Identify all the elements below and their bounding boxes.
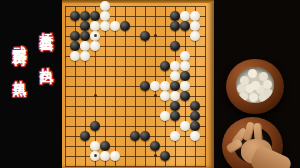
star-point — [94, 94, 97, 97]
white-stone — [180, 51, 190, 61]
white-stone — [190, 11, 200, 21]
black-stone — [170, 101, 180, 111]
white-stone — [100, 1, 110, 11]
white-stone — [160, 81, 170, 91]
star-point — [94, 154, 97, 157]
star-point — [154, 154, 157, 157]
white-stone — [190, 131, 200, 141]
white-player-name: 桥本昌二 — [39, 22, 55, 30]
white-stone — [100, 11, 110, 21]
caption-white-player: 桥本昌二 执白 — [38, 22, 56, 61]
black-stone — [190, 111, 200, 121]
white-stone — [110, 151, 120, 161]
white-stone — [170, 131, 180, 141]
white-stone — [180, 121, 190, 131]
white-stones-in-bowl — [251, 81, 260, 90]
white-stone — [180, 81, 190, 91]
star-point — [154, 94, 157, 97]
black-stone — [190, 121, 200, 131]
black-color-label: 执黑 — [12, 70, 28, 74]
black-stone — [160, 61, 170, 71]
star-point — [94, 34, 97, 37]
white-stone — [190, 31, 200, 41]
black-stone — [170, 21, 180, 31]
black-stone — [120, 21, 130, 31]
black-stone — [170, 11, 180, 21]
white-stone — [100, 21, 110, 31]
black-stone — [90, 121, 100, 131]
black-stone — [80, 21, 90, 31]
white-stone — [90, 21, 100, 31]
black-stone — [80, 131, 90, 141]
black-stone — [160, 151, 170, 161]
white-stone — [150, 81, 160, 91]
black-stone — [140, 31, 150, 41]
white-color-label: 执白 — [39, 57, 55, 61]
go-board — [62, 0, 214, 168]
stone-bowls-area — [214, 0, 300, 168]
black-stone — [180, 21, 190, 31]
caption-black-player: 武宫正树 执黑 — [11, 35, 29, 74]
white-stone — [190, 21, 200, 31]
black-stone — [140, 81, 150, 91]
black-stone — [130, 131, 140, 141]
black-stone — [100, 141, 110, 151]
black-stone — [90, 11, 100, 21]
board-top-edge — [62, 0, 214, 3]
caption-band: 桥本昌二 执白 武宫正树 执黑 — [0, 0, 62, 168]
white-stone-bowl — [226, 59, 284, 114]
white-stone — [90, 141, 100, 151]
black-player-name: 武宫正树 — [12, 35, 28, 43]
white-stone — [110, 21, 120, 31]
white-stone — [100, 151, 110, 161]
black-stone — [170, 111, 180, 121]
white-stone — [70, 51, 80, 61]
black-stone — [70, 11, 80, 21]
white-stone — [90, 41, 100, 51]
black-stone — [140, 131, 150, 141]
black-stone — [80, 11, 90, 21]
black-stone — [80, 31, 90, 41]
white-stone — [170, 61, 180, 71]
white-bowl-opening — [236, 67, 274, 103]
video-frame: 桥本昌二 执白 武宫正树 执黑 — [0, 0, 300, 168]
black-stone — [70, 41, 80, 51]
black-stone — [150, 141, 160, 151]
black-stone — [180, 71, 190, 81]
black-stone — [170, 41, 180, 51]
white-stone — [170, 71, 180, 81]
black-stone — [170, 81, 180, 91]
white-stone — [160, 111, 170, 121]
black-stone — [180, 91, 190, 101]
white-stone — [80, 51, 90, 61]
white-stone — [160, 91, 170, 101]
star-point — [154, 34, 157, 37]
white-stone — [170, 91, 180, 101]
black-stone — [190, 101, 200, 111]
white-stone — [180, 61, 190, 71]
black-stone — [70, 31, 80, 41]
white-stone — [80, 41, 90, 51]
white-stone — [180, 11, 190, 21]
